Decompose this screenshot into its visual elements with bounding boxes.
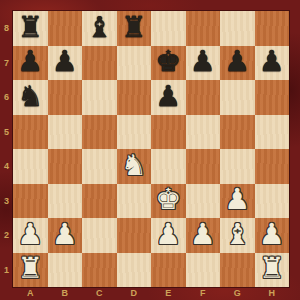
square-g3[interactable]: ♟ bbox=[220, 184, 255, 219]
square-c4[interactable] bbox=[82, 149, 117, 184]
square-h8[interactable] bbox=[255, 11, 290, 46]
piece-black-bishop[interactable]: ♝ bbox=[86, 13, 112, 42]
square-e8[interactable] bbox=[151, 11, 186, 46]
file-label-g: G bbox=[220, 287, 255, 300]
piece-black-rook[interactable]: ♜ bbox=[17, 13, 43, 42]
square-f1[interactable] bbox=[186, 253, 221, 288]
square-g6[interactable] bbox=[220, 80, 255, 115]
square-b8[interactable] bbox=[48, 11, 83, 46]
piece-white-bishop[interactable]: ♝ bbox=[224, 220, 250, 249]
square-e3[interactable]: ♚ bbox=[151, 184, 186, 219]
square-f4[interactable] bbox=[186, 149, 221, 184]
file-label-a: A bbox=[13, 287, 48, 300]
file-label-f: F bbox=[186, 287, 221, 300]
piece-white-pawn[interactable]: ♟ bbox=[190, 220, 216, 249]
piece-white-rook[interactable]: ♜ bbox=[17, 254, 43, 283]
square-b3[interactable] bbox=[48, 184, 83, 219]
square-d7[interactable] bbox=[117, 46, 152, 81]
square-g4[interactable] bbox=[220, 149, 255, 184]
square-c8[interactable]: ♝ bbox=[82, 11, 117, 46]
file-label-d: D bbox=[117, 287, 152, 300]
square-a3[interactable] bbox=[13, 184, 48, 219]
square-d5[interactable] bbox=[117, 115, 152, 150]
square-b4[interactable] bbox=[48, 149, 83, 184]
chess-board: ♜♝♜♟♟♚♟♟♟♞♟♞♚♟♟♟♟♟♝♟♜♜ bbox=[13, 11, 289, 287]
square-h1[interactable]: ♜ bbox=[255, 253, 290, 288]
square-a6[interactable]: ♞ bbox=[13, 80, 48, 115]
piece-white-pawn[interactable]: ♟ bbox=[155, 220, 181, 249]
piece-white-pawn[interactable]: ♟ bbox=[224, 185, 250, 214]
square-g7[interactable]: ♟ bbox=[220, 46, 255, 81]
file-label-e: E bbox=[151, 287, 186, 300]
piece-black-pawn[interactable]: ♟ bbox=[155, 82, 181, 111]
square-c6[interactable] bbox=[82, 80, 117, 115]
square-h5[interactable] bbox=[255, 115, 290, 150]
piece-white-pawn[interactable]: ♟ bbox=[17, 220, 43, 249]
square-a2[interactable]: ♟ bbox=[13, 218, 48, 253]
rank-label-3: 3 bbox=[0, 184, 13, 219]
piece-white-king[interactable]: ♚ bbox=[155, 185, 181, 214]
square-a4[interactable] bbox=[13, 149, 48, 184]
square-g8[interactable] bbox=[220, 11, 255, 46]
square-g1[interactable] bbox=[220, 253, 255, 288]
rank-label-6: 6 bbox=[0, 80, 13, 115]
square-e4[interactable] bbox=[151, 149, 186, 184]
rank-label-4: 4 bbox=[0, 149, 13, 184]
piece-black-rook[interactable]: ♜ bbox=[121, 13, 147, 42]
piece-black-pawn[interactable]: ♟ bbox=[190, 47, 216, 76]
square-c1[interactable] bbox=[82, 253, 117, 288]
square-a1[interactable]: ♜ bbox=[13, 253, 48, 288]
chess-board-frame: ♜♝♜♟♟♚♟♟♟♞♟♞♚♟♟♟♟♟♝♟♜♜ 87654321 ABCDEFGH bbox=[0, 0, 300, 300]
square-d8[interactable]: ♜ bbox=[117, 11, 152, 46]
piece-white-pawn[interactable]: ♟ bbox=[259, 220, 285, 249]
piece-white-pawn[interactable]: ♟ bbox=[52, 220, 78, 249]
square-c2[interactable] bbox=[82, 218, 117, 253]
file-labels: ABCDEFGH bbox=[13, 287, 289, 300]
square-h7[interactable]: ♟ bbox=[255, 46, 290, 81]
square-d2[interactable] bbox=[117, 218, 152, 253]
rank-labels: 87654321 bbox=[0, 11, 13, 287]
square-f2[interactable]: ♟ bbox=[186, 218, 221, 253]
square-c3[interactable] bbox=[82, 184, 117, 219]
square-e6[interactable]: ♟ bbox=[151, 80, 186, 115]
piece-black-pawn[interactable]: ♟ bbox=[224, 47, 250, 76]
square-h6[interactable] bbox=[255, 80, 290, 115]
square-b5[interactable] bbox=[48, 115, 83, 150]
square-f8[interactable] bbox=[186, 11, 221, 46]
square-f6[interactable] bbox=[186, 80, 221, 115]
square-a8[interactable]: ♜ bbox=[13, 11, 48, 46]
piece-black-king[interactable]: ♚ bbox=[155, 47, 181, 76]
piece-black-pawn[interactable]: ♟ bbox=[259, 47, 285, 76]
square-d1[interactable] bbox=[117, 253, 152, 288]
square-c7[interactable] bbox=[82, 46, 117, 81]
square-b7[interactable]: ♟ bbox=[48, 46, 83, 81]
square-f3[interactable] bbox=[186, 184, 221, 219]
rank-label-1: 1 bbox=[0, 253, 13, 288]
square-g2[interactable]: ♝ bbox=[220, 218, 255, 253]
square-e5[interactable] bbox=[151, 115, 186, 150]
file-label-c: C bbox=[82, 287, 117, 300]
square-a7[interactable]: ♟ bbox=[13, 46, 48, 81]
rank-label-8: 8 bbox=[0, 11, 13, 46]
square-f5[interactable] bbox=[186, 115, 221, 150]
square-e1[interactable] bbox=[151, 253, 186, 288]
piece-black-pawn[interactable]: ♟ bbox=[52, 47, 78, 76]
square-h2[interactable]: ♟ bbox=[255, 218, 290, 253]
square-e2[interactable]: ♟ bbox=[151, 218, 186, 253]
piece-white-rook[interactable]: ♜ bbox=[259, 254, 285, 283]
square-d3[interactable] bbox=[117, 184, 152, 219]
file-label-h: H bbox=[255, 287, 290, 300]
piece-black-pawn[interactable]: ♟ bbox=[17, 47, 43, 76]
square-h4[interactable] bbox=[255, 149, 290, 184]
rank-label-5: 5 bbox=[0, 115, 13, 150]
square-e7[interactable]: ♚ bbox=[151, 46, 186, 81]
square-b2[interactable]: ♟ bbox=[48, 218, 83, 253]
square-d6[interactable] bbox=[117, 80, 152, 115]
rank-label-7: 7 bbox=[0, 46, 13, 81]
square-b1[interactable] bbox=[48, 253, 83, 288]
square-b6[interactable] bbox=[48, 80, 83, 115]
square-d4[interactable]: ♞ bbox=[117, 149, 152, 184]
square-f7[interactable]: ♟ bbox=[186, 46, 221, 81]
square-a5[interactable] bbox=[13, 115, 48, 150]
square-h3[interactable] bbox=[255, 184, 290, 219]
square-g5[interactable] bbox=[220, 115, 255, 150]
piece-white-knight[interactable]: ♞ bbox=[121, 151, 147, 180]
file-label-b: B bbox=[48, 287, 83, 300]
square-c5[interactable] bbox=[82, 115, 117, 150]
rank-label-2: 2 bbox=[0, 218, 13, 253]
piece-black-knight[interactable]: ♞ bbox=[17, 82, 43, 111]
